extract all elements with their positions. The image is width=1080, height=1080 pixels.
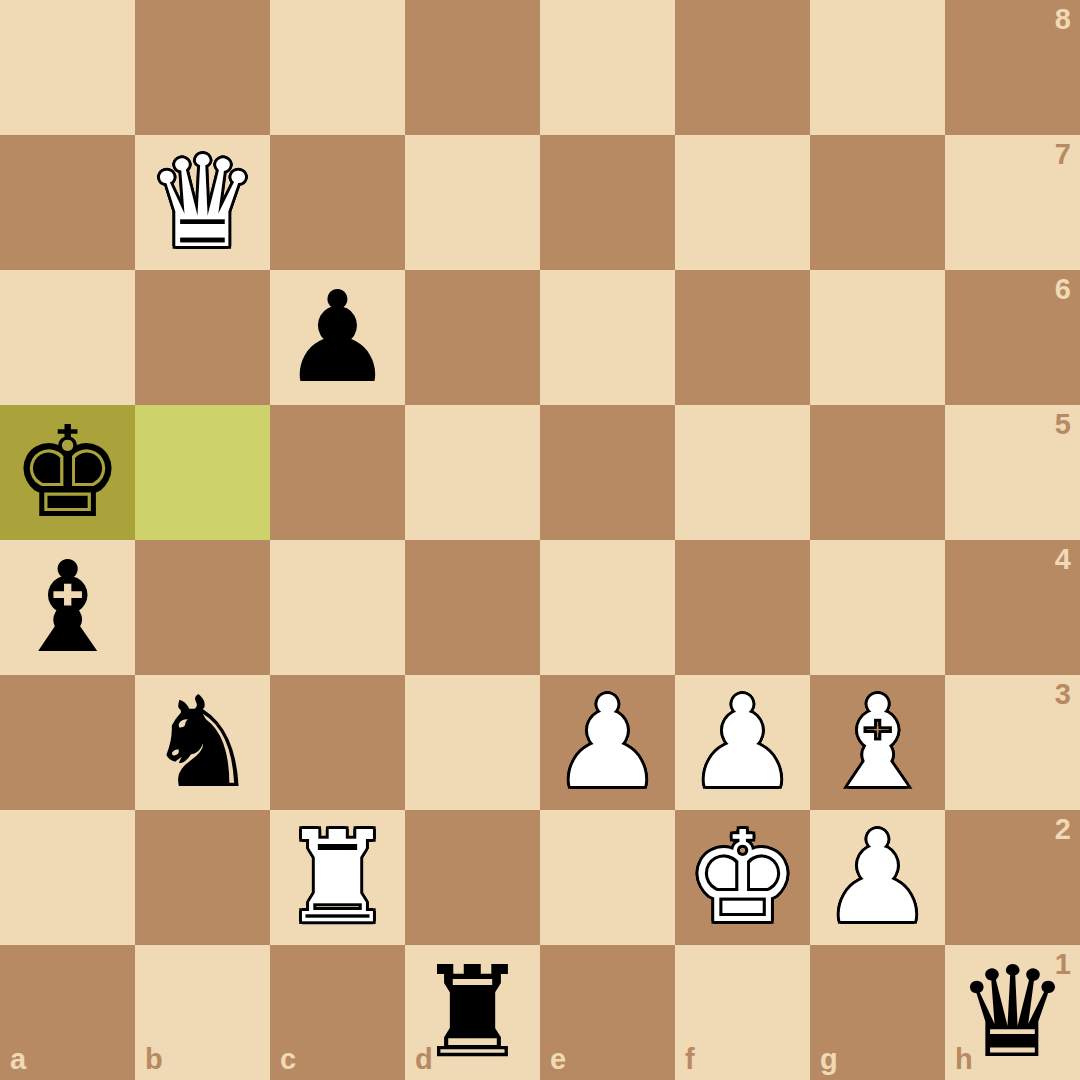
square-a4[interactable]: ♝: [0, 540, 135, 675]
square-f5[interactable]: [675, 405, 810, 540]
square-h8[interactable]: 8: [945, 0, 1080, 135]
square-c8[interactable]: [270, 0, 405, 135]
square-f6[interactable]: [675, 270, 810, 405]
white-queen-b7[interactable]: ♛: [146, 140, 259, 266]
square-d4[interactable]: [405, 540, 540, 675]
square-g3[interactable]: ♝: [810, 675, 945, 810]
square-f7[interactable]: [675, 135, 810, 270]
rank-label-8: 8: [1055, 5, 1071, 34]
square-e3[interactable]: ♟: [540, 675, 675, 810]
black-king-a5[interactable]: ♚: [11, 410, 124, 536]
square-d6[interactable]: [405, 270, 540, 405]
white-pawn-g2[interactable]: ♟: [821, 815, 934, 941]
square-c7[interactable]: [270, 135, 405, 270]
square-e7[interactable]: [540, 135, 675, 270]
square-f1[interactable]: f: [675, 945, 810, 1080]
square-g1[interactable]: g: [810, 945, 945, 1080]
square-d5[interactable]: [405, 405, 540, 540]
square-c5[interactable]: [270, 405, 405, 540]
square-a6[interactable]: [0, 270, 135, 405]
square-h1[interactable]: h1♛: [945, 945, 1080, 1080]
square-d1[interactable]: d♜: [405, 945, 540, 1080]
square-c2[interactable]: ♜: [270, 810, 405, 945]
square-e2[interactable]: [540, 810, 675, 945]
white-pawn-e3[interactable]: ♟: [551, 680, 664, 806]
black-pawn-c6[interactable]: ♟: [281, 275, 394, 401]
rank-label-3: 3: [1055, 680, 1071, 709]
square-h7[interactable]: 7: [945, 135, 1080, 270]
square-e6[interactable]: [540, 270, 675, 405]
square-h6[interactable]: 6: [945, 270, 1080, 405]
square-b7[interactable]: ♛: [135, 135, 270, 270]
square-b4[interactable]: [135, 540, 270, 675]
square-e5[interactable]: [540, 405, 675, 540]
square-b2[interactable]: [135, 810, 270, 945]
rank-label-6: 6: [1055, 275, 1071, 304]
square-e1[interactable]: e: [540, 945, 675, 1080]
square-a8[interactable]: [0, 0, 135, 135]
square-a1[interactable]: a: [0, 945, 135, 1080]
square-g2[interactable]: ♟: [810, 810, 945, 945]
square-h5[interactable]: 5: [945, 405, 1080, 540]
file-label-c: c: [280, 1045, 296, 1074]
square-f2[interactable]: ♚: [675, 810, 810, 945]
square-g7[interactable]: [810, 135, 945, 270]
square-b1[interactable]: b: [135, 945, 270, 1080]
square-a5[interactable]: ♚: [0, 405, 135, 540]
square-e8[interactable]: [540, 0, 675, 135]
chess-board: 8♛7♟6♚5♝4♞♟♟♝3♜♚♟2abcd♜efgh1♛: [0, 0, 1080, 1080]
white-rook-c2[interactable]: ♜: [281, 815, 394, 941]
rank-label-4: 4: [1055, 545, 1071, 574]
square-h3[interactable]: 3: [945, 675, 1080, 810]
square-c4[interactable]: [270, 540, 405, 675]
square-a3[interactable]: [0, 675, 135, 810]
square-b3[interactable]: ♞: [135, 675, 270, 810]
white-bishop-g3[interactable]: ♝: [821, 680, 934, 806]
square-a7[interactable]: [0, 135, 135, 270]
white-king-f2[interactable]: ♚: [686, 815, 799, 941]
square-c6[interactable]: ♟: [270, 270, 405, 405]
square-c3[interactable]: [270, 675, 405, 810]
file-label-g: g: [820, 1045, 838, 1074]
square-e4[interactable]: [540, 540, 675, 675]
square-h2[interactable]: 2: [945, 810, 1080, 945]
rank-label-5: 5: [1055, 410, 1071, 439]
square-d8[interactable]: [405, 0, 540, 135]
square-c1[interactable]: c: [270, 945, 405, 1080]
square-d2[interactable]: [405, 810, 540, 945]
square-g8[interactable]: [810, 0, 945, 135]
black-queen-h1[interactable]: ♛: [956, 950, 1069, 1076]
file-label-a: a: [10, 1045, 26, 1074]
square-g4[interactable]: [810, 540, 945, 675]
file-label-e: e: [550, 1045, 566, 1074]
rank-label-2: 2: [1055, 815, 1071, 844]
square-g6[interactable]: [810, 270, 945, 405]
square-b5[interactable]: [135, 405, 270, 540]
black-bishop-a4[interactable]: ♝: [11, 545, 124, 671]
square-d7[interactable]: [405, 135, 540, 270]
white-pawn-f3[interactable]: ♟: [686, 680, 799, 806]
square-f4[interactable]: [675, 540, 810, 675]
black-rook-d1[interactable]: ♜: [416, 950, 529, 1076]
square-h4[interactable]: 4: [945, 540, 1080, 675]
square-b8[interactable]: [135, 0, 270, 135]
black-knight-b3[interactable]: ♞: [146, 680, 259, 806]
square-f3[interactable]: ♟: [675, 675, 810, 810]
square-a2[interactable]: [0, 810, 135, 945]
square-d3[interactable]: [405, 675, 540, 810]
square-g5[interactable]: [810, 405, 945, 540]
file-label-f: f: [685, 1045, 695, 1074]
square-f8[interactable]: [675, 0, 810, 135]
square-b6[interactable]: [135, 270, 270, 405]
file-label-b: b: [145, 1045, 163, 1074]
rank-label-7: 7: [1055, 140, 1071, 169]
